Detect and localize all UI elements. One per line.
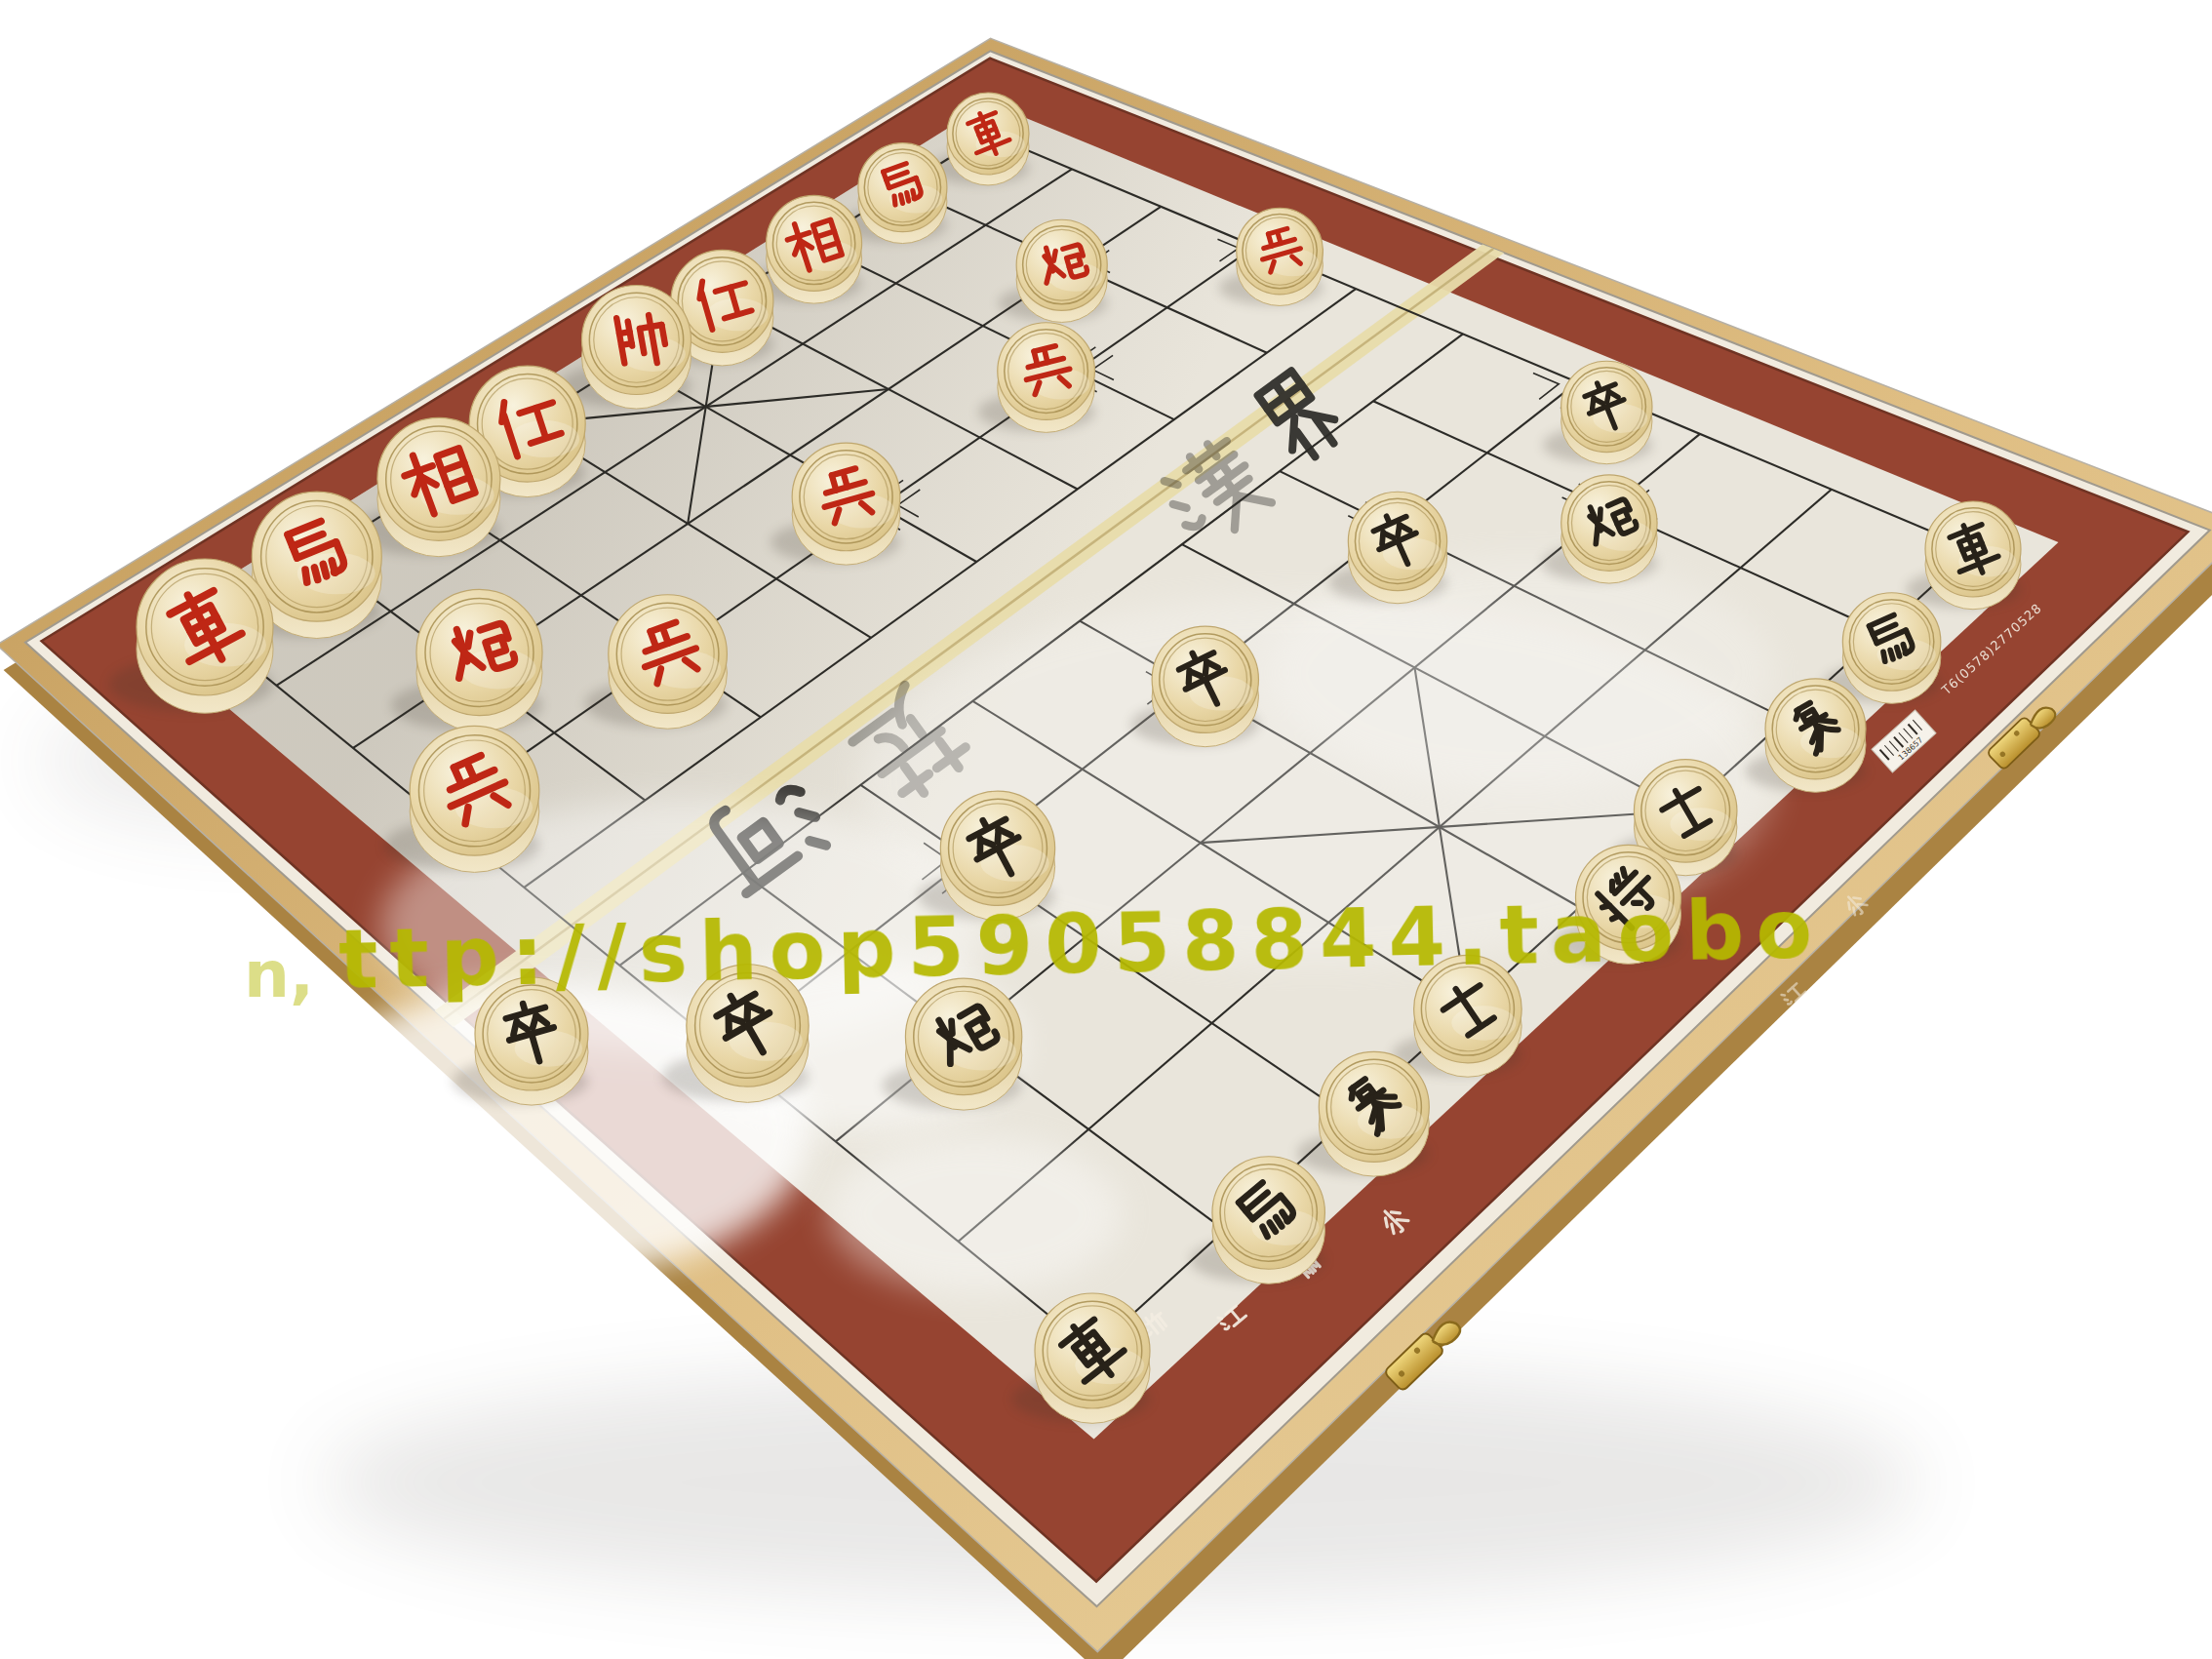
svg-text:n,: n, [244, 937, 314, 1012]
board-scene: T6(0578)2770528138657n,ttp://shop5905884… [0, 0, 2212, 1659]
xiangqi-set-photo: T6(0578)2770528138657n,ttp://shop5905884… [0, 0, 2212, 1659]
